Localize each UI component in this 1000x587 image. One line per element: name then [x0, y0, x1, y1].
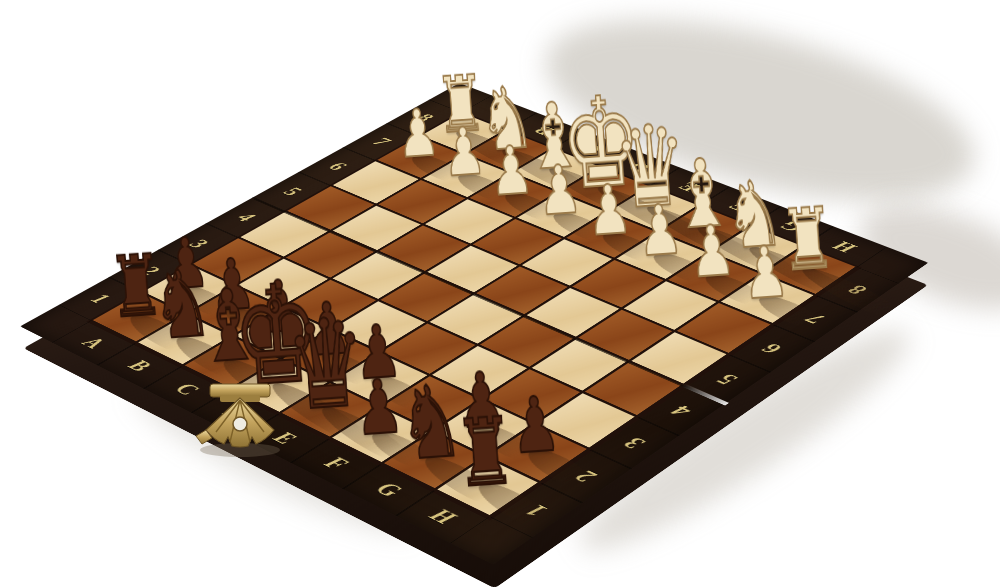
product-photo-scene: AABBCCDDEEFFGGHH8877665544332211♜♞♝♚♛♝♞♜… [0, 0, 1000, 587]
board-wrapper: AABBCCDDEEFFGGHH8877665544332211♜♞♝♚♛♝♞♜… [474, 272, 818, 587]
latch-hole [233, 417, 247, 431]
brass-latch [186, 380, 290, 460]
